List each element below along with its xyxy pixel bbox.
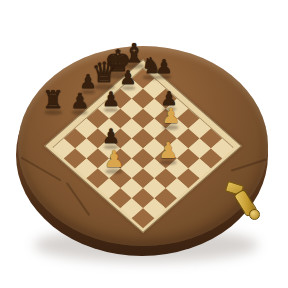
dark-pawn-glyph: ♟ <box>102 126 120 146</box>
piece-dark-pawn[interactable]: ♟ <box>102 89 120 109</box>
piece-dark-pawn[interactable]: ♟ <box>102 126 120 146</box>
chess-grid-border <box>44 59 242 233</box>
light-pawn-glyph: ♟ <box>158 140 178 162</box>
chess-set-photo: ♜♟♟♛♚♝♟♟♟♞♟♟♟♟♟ <box>0 0 288 288</box>
piece-dark-knight[interactable]: ♞ <box>141 55 161 77</box>
rim-seam <box>21 157 62 182</box>
dark-pawn-glyph: ♟ <box>71 91 90 112</box>
piece-dark-pawn[interactable]: ♟ <box>71 91 90 112</box>
dark-rook-glyph: ♜ <box>42 88 64 112</box>
brass-latch-tip <box>249 209 260 220</box>
piece-light-pawn[interactable]: ♟ <box>158 140 178 162</box>
piece-dark-rook[interactable]: ♜ <box>42 88 64 112</box>
light-pawn-glyph: ♟ <box>104 148 125 171</box>
light-pawn-glyph: ♟ <box>162 106 181 127</box>
rim-seam <box>66 182 91 216</box>
dark-pawn-glyph: ♟ <box>119 68 136 87</box>
piece-light-pawn[interactable]: ♟ <box>162 106 181 127</box>
dark-knight-glyph: ♞ <box>141 55 161 77</box>
piece-dark-pawn[interactable]: ♟ <box>119 68 136 87</box>
rim-seam <box>231 158 268 172</box>
piece-light-pawn[interactable]: ♟ <box>104 148 125 171</box>
dark-pawn-glyph: ♟ <box>102 89 120 109</box>
